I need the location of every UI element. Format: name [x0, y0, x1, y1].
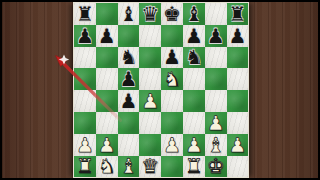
- square-e3[interactable]: [161, 112, 183, 134]
- square-b4[interactable]: [96, 90, 118, 112]
- piece-white-rook-a1[interactable]: ♜: [76, 156, 94, 176]
- piece-black-bishop-c8[interactable]: ♝: [120, 4, 138, 24]
- piece-white-pawn-d4[interactable]: ♟: [141, 91, 159, 111]
- piece-white-bishop-g2[interactable]: ♝: [207, 135, 225, 155]
- square-a8[interactable]: ♜: [74, 3, 96, 25]
- square-h3[interactable]: [227, 112, 249, 134]
- square-e2[interactable]: ♟: [161, 134, 183, 156]
- square-g7[interactable]: ♟: [205, 25, 227, 47]
- square-c8[interactable]: ♝: [118, 3, 140, 25]
- square-a7[interactable]: ♟: [74, 25, 96, 47]
- square-c7[interactable]: [118, 25, 140, 47]
- piece-black-pawn-a7[interactable]: ♟: [76, 26, 94, 46]
- square-d5[interactable]: [139, 68, 161, 90]
- piece-black-king-e8[interactable]: ♚: [163, 4, 181, 24]
- square-g6[interactable]: [205, 47, 227, 69]
- piece-white-rook-f1[interactable]: ♜: [185, 156, 203, 176]
- square-g8[interactable]: [205, 3, 227, 25]
- square-c4[interactable]: ♟: [118, 90, 140, 112]
- piece-white-pawn-g3[interactable]: ♟: [207, 113, 225, 133]
- square-d1[interactable]: ♛: [139, 156, 161, 178]
- piece-white-pawn-a2[interactable]: ♟: [76, 135, 94, 155]
- square-d4[interactable]: ♟: [139, 90, 161, 112]
- square-b1[interactable]: ♞: [96, 156, 118, 178]
- square-h6[interactable]: [227, 47, 249, 69]
- piece-black-pawn-h7[interactable]: ♟: [229, 26, 247, 46]
- piece-black-bishop-f8[interactable]: ♝: [185, 4, 203, 24]
- square-c5[interactable]: ♟: [118, 68, 140, 90]
- piece-black-knight-f6[interactable]: ♞: [185, 47, 203, 67]
- piece-black-knight-c6[interactable]: ♞: [120, 47, 138, 67]
- square-a3[interactable]: [74, 112, 96, 134]
- square-g3[interactable]: ♟: [205, 112, 227, 134]
- square-a4[interactable]: [74, 90, 96, 112]
- square-f2[interactable]: ♟: [183, 134, 205, 156]
- piece-black-pawn-f7[interactable]: ♟: [185, 26, 203, 46]
- square-b6[interactable]: [96, 47, 118, 69]
- square-b3[interactable]: [96, 112, 118, 134]
- square-a2[interactable]: ♟: [74, 134, 96, 156]
- square-d7[interactable]: [139, 25, 161, 47]
- square-g2[interactable]: ♝: [205, 134, 227, 156]
- square-f5[interactable]: [183, 68, 205, 90]
- square-d2[interactable]: [139, 134, 161, 156]
- square-b2[interactable]: ♟: [96, 134, 118, 156]
- square-a1[interactable]: ♜: [74, 156, 96, 178]
- square-h4[interactable]: [227, 90, 249, 112]
- square-g5[interactable]: [205, 68, 227, 90]
- square-f6[interactable]: ♞: [183, 47, 205, 69]
- piece-black-pawn-c5[interactable]: ♟: [120, 69, 138, 89]
- piece-black-rook-a8[interactable]: ♜: [76, 4, 94, 24]
- square-h8[interactable]: ♜: [227, 3, 249, 25]
- square-f3[interactable]: [183, 112, 205, 134]
- square-b7[interactable]: ♟: [96, 25, 118, 47]
- square-b5[interactable]: [96, 68, 118, 90]
- piece-white-king-g1[interactable]: ♚: [207, 156, 225, 176]
- square-d8[interactable]: ♛: [139, 3, 161, 25]
- square-d3[interactable]: [139, 112, 161, 134]
- piece-white-knight-b1[interactable]: ♞: [98, 156, 116, 176]
- square-e7[interactable]: [161, 25, 183, 47]
- square-c2[interactable]: [118, 134, 140, 156]
- square-e4[interactable]: [161, 90, 183, 112]
- piece-black-pawn-b7[interactable]: ♟: [98, 26, 116, 46]
- square-h7[interactable]: ♟: [227, 25, 249, 47]
- piece-white-queen-d1[interactable]: ♛: [141, 156, 159, 176]
- square-e1[interactable]: [161, 156, 183, 178]
- screenshot-stage: ♜♝♛♚♝♜♟♟♟♟♟♞♟♞♟♞♟♟♟♟♟♟♟♝♟♜♞♝♛♜♚: [0, 0, 320, 180]
- square-e8[interactable]: ♚: [161, 3, 183, 25]
- piece-black-rook-h8[interactable]: ♜: [229, 4, 247, 24]
- piece-black-pawn-e6[interactable]: ♟: [163, 47, 181, 67]
- square-e5[interactable]: ♞: [161, 68, 183, 90]
- piece-white-pawn-f2[interactable]: ♟: [185, 135, 203, 155]
- square-g1[interactable]: ♚: [205, 156, 227, 178]
- piece-white-pawn-e2[interactable]: ♟: [163, 135, 181, 155]
- square-h5[interactable]: [227, 68, 249, 90]
- chess-board: ♜♝♛♚♝♜♟♟♟♟♟♞♟♞♟♞♟♟♟♟♟♟♟♝♟♜♞♝♛♜♚: [73, 2, 249, 178]
- square-d6[interactable]: [139, 47, 161, 69]
- square-e6[interactable]: ♟: [161, 47, 183, 69]
- square-g4[interactable]: [205, 90, 227, 112]
- square-f8[interactable]: ♝: [183, 3, 205, 25]
- square-f1[interactable]: ♜: [183, 156, 205, 178]
- square-c1[interactable]: ♝: [118, 156, 140, 178]
- square-b8[interactable]: [96, 3, 118, 25]
- square-h2[interactable]: ♟: [227, 134, 249, 156]
- piece-white-knight-e5[interactable]: ♞: [163, 69, 181, 89]
- square-h1[interactable]: [227, 156, 249, 178]
- piece-black-queen-d8[interactable]: ♛: [141, 4, 159, 24]
- piece-black-pawn-g7[interactable]: ♟: [207, 26, 225, 46]
- square-c6[interactable]: ♞: [118, 47, 140, 69]
- square-c3[interactable]: [118, 112, 140, 134]
- piece-white-bishop-c1[interactable]: ♝: [120, 156, 138, 176]
- square-a5[interactable]: [74, 68, 96, 90]
- piece-black-pawn-c4[interactable]: ♟: [120, 91, 138, 111]
- piece-white-pawn-b2[interactable]: ♟: [98, 135, 116, 155]
- square-f4[interactable]: [183, 90, 205, 112]
- square-a6[interactable]: [74, 47, 96, 69]
- piece-white-pawn-h2[interactable]: ♟: [229, 135, 247, 155]
- square-f7[interactable]: ♟: [183, 25, 205, 47]
